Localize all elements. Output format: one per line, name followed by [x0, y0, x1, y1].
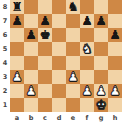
black-pawn-b6[interactable]: ♟ [25, 28, 36, 42]
square-c7[interactable]: ♟ [38, 14, 52, 28]
square-a8[interactable]: ♜ [10, 0, 24, 14]
square-e1[interactable] [66, 98, 80, 112]
square-c1[interactable] [38, 98, 52, 112]
white-pawn-a3[interactable]: ♟ [11, 70, 22, 84]
file-label-e: e [66, 112, 80, 125]
rank-label-4: 4 [0, 56, 10, 70]
square-h2[interactable]: ♟ [108, 84, 122, 98]
black-knight-e8[interactable]: ♞ [67, 0, 78, 14]
rank-label-6: 6 [0, 28, 10, 42]
rank-label-5: 5 [0, 42, 10, 56]
black-rook-a8[interactable]: ♜ [11, 0, 22, 14]
square-d2[interactable] [52, 84, 66, 98]
black-pawn-h6[interactable]: ♟ [109, 28, 120, 42]
square-g1[interactable]: ♚ [94, 98, 108, 112]
white-pawn-e3[interactable]: ♟ [67, 70, 78, 84]
square-h8[interactable] [108, 0, 122, 14]
rank-label-3: 3 [0, 70, 10, 84]
square-a1[interactable] [10, 98, 24, 112]
rank-labels: 87654321 [0, 0, 10, 112]
square-b4[interactable] [24, 56, 38, 70]
file-label-f: f [80, 112, 94, 125]
square-e6[interactable] [66, 28, 80, 42]
square-b1[interactable] [24, 98, 38, 112]
black-pawn-a7[interactable]: ♟ [11, 14, 22, 28]
square-b8[interactable] [24, 0, 38, 14]
chess-board-diagram: 87654321 ♜♞♟♟♟♟♟♚♟♞♟♟♟♟♟♟♚ abcdefgh [0, 0, 124, 125]
rank-label-7: 7 [0, 14, 10, 28]
black-pawn-c7[interactable]: ♟ [39, 14, 50, 28]
square-e4[interactable] [66, 56, 80, 70]
square-h4[interactable] [108, 56, 122, 70]
square-b7[interactable] [24, 14, 38, 28]
square-f6[interactable] [80, 28, 94, 42]
square-f8[interactable] [80, 0, 94, 14]
square-h7[interactable] [108, 14, 122, 28]
square-a7[interactable]: ♟ [10, 14, 24, 28]
square-g8[interactable] [94, 0, 108, 14]
square-g7[interactable]: ♟ [94, 14, 108, 28]
square-e8[interactable]: ♞ [66, 0, 80, 14]
square-a2[interactable] [10, 84, 24, 98]
square-c8[interactable] [38, 0, 52, 14]
white-pawn-h2[interactable]: ♟ [109, 84, 120, 98]
square-h5[interactable] [108, 42, 122, 56]
square-f3[interactable] [80, 70, 94, 84]
square-f4[interactable] [80, 56, 94, 70]
file-label-g: g [94, 112, 108, 125]
square-g6[interactable] [94, 28, 108, 42]
square-b3[interactable] [24, 70, 38, 84]
square-e2[interactable] [66, 84, 80, 98]
square-d1[interactable] [52, 98, 66, 112]
white-pawn-g2[interactable]: ♟ [95, 84, 106, 98]
square-d5[interactable] [52, 42, 66, 56]
square-c4[interactable] [38, 56, 52, 70]
square-f5[interactable]: ♞ [80, 42, 94, 56]
rank-label-8: 8 [0, 0, 10, 14]
square-b6[interactable]: ♟ [24, 28, 38, 42]
square-a6[interactable] [10, 28, 24, 42]
white-pawn-f2[interactable]: ♟ [81, 84, 92, 98]
square-e7[interactable] [66, 14, 80, 28]
square-h6[interactable]: ♟ [108, 28, 122, 42]
rank-label-2: 2 [0, 84, 10, 98]
square-g3[interactable] [94, 70, 108, 84]
rank-label-1: 1 [0, 98, 10, 112]
square-b5[interactable] [24, 42, 38, 56]
square-c2[interactable] [38, 84, 52, 98]
black-pawn-g7[interactable]: ♟ [95, 14, 106, 28]
square-d3[interactable] [52, 70, 66, 84]
square-h1[interactable] [108, 98, 122, 112]
square-d6[interactable] [52, 28, 66, 42]
square-a4[interactable] [10, 56, 24, 70]
file-label-a: a [10, 112, 24, 125]
square-d7[interactable] [52, 14, 66, 28]
square-h3[interactable] [108, 70, 122, 84]
square-g5[interactable] [94, 42, 108, 56]
white-knight-f5[interactable]: ♞ [81, 42, 92, 56]
file-label-c: c [38, 112, 52, 125]
white-king-g1[interactable]: ♚ [95, 98, 106, 112]
file-label-h: h [108, 112, 122, 125]
square-f2[interactable]: ♟ [80, 84, 94, 98]
file-label-b: b [24, 112, 38, 125]
square-d4[interactable] [52, 56, 66, 70]
square-e3[interactable]: ♟ [66, 70, 80, 84]
square-a5[interactable] [10, 42, 24, 56]
square-d8[interactable] [52, 0, 66, 14]
square-g2[interactable]: ♟ [94, 84, 108, 98]
square-a3[interactable]: ♟ [10, 70, 24, 84]
square-b2[interactable]: ♟ [24, 84, 38, 98]
black-king-c6[interactable]: ♚ [39, 28, 50, 42]
file-label-d: d [52, 112, 66, 125]
white-pawn-b2[interactable]: ♟ [25, 84, 36, 98]
square-e5[interactable] [66, 42, 80, 56]
square-c5[interactable] [38, 42, 52, 56]
square-f7[interactable]: ♟ [80, 14, 94, 28]
file-labels: abcdefgh [10, 112, 122, 125]
square-c3[interactable] [38, 70, 52, 84]
black-pawn-f7[interactable]: ♟ [81, 14, 92, 28]
square-c6[interactable]: ♚ [38, 28, 52, 42]
square-f1[interactable] [80, 98, 94, 112]
chess-board[interactable]: ♜♞♟♟♟♟♟♚♟♞♟♟♟♟♟♟♚ [10, 0, 122, 112]
square-g4[interactable] [94, 56, 108, 70]
